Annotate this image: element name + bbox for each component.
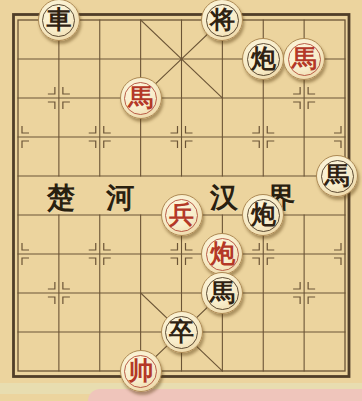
piece-character: 帅 — [128, 358, 153, 383]
red-horse-d3[interactable]: 馬 — [120, 77, 162, 119]
piece-character: 炮 — [251, 46, 276, 71]
black-cannon-g2[interactable]: 炮 — [242, 38, 284, 80]
red-cannon-f7[interactable]: 炮 — [201, 233, 243, 275]
black-soldier-e9[interactable]: 卒 — [161, 311, 203, 353]
pieces-layer: 車将炮馬馬馬兵炮炮馬卒帅 — [0, 1, 362, 391]
black-cannon-g6[interactable]: 炮 — [242, 194, 284, 236]
piece-character: 兵 — [169, 202, 194, 227]
piece-character: 車 — [46, 7, 71, 32]
red-soldier-e6[interactable]: 兵 — [161, 194, 203, 236]
red-general-d10[interactable]: 帅 — [120, 350, 162, 392]
piece-character: 馬 — [210, 280, 235, 305]
piece-character: 馬 — [325, 163, 350, 188]
black-horse-f8[interactable]: 馬 — [201, 272, 243, 314]
black-chariot-b1[interactable]: 車 — [38, 0, 80, 41]
piece-character: 馬 — [128, 85, 153, 110]
piece-character: 炮 — [210, 241, 235, 266]
red-horse-h2[interactable]: 馬 — [283, 38, 325, 80]
black-horse-i5[interactable]: 馬 — [316, 155, 358, 197]
black-general-f1[interactable]: 将 — [201, 0, 243, 41]
piece-character: 卒 — [169, 319, 194, 344]
xiangqi-board[interactable]: 楚 河 汉 界 車将炮馬馬馬兵炮炮馬卒帅 — [0, 0, 362, 401]
piece-character: 炮 — [251, 202, 276, 227]
piece-character: 馬 — [292, 46, 317, 71]
piece-character: 将 — [210, 7, 235, 32]
